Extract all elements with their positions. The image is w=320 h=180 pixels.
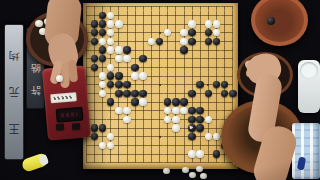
intersection (123, 124, 131, 133)
intersection (139, 115, 147, 124)
black-stone (91, 64, 99, 71)
nameplate-character: 許 (30, 86, 40, 96)
intersection (196, 115, 204, 124)
star-point (207, 84, 209, 86)
intersection (107, 72, 115, 81)
intersection (188, 11, 196, 20)
intersection (139, 98, 147, 107)
intersection (147, 150, 155, 159)
intersection (196, 98, 204, 107)
white-stone (115, 46, 123, 53)
black-stone (91, 133, 99, 140)
intersection (204, 11, 212, 20)
intersection (180, 63, 188, 72)
intersection (180, 124, 188, 133)
intersection (196, 72, 204, 81)
black-stone (188, 90, 196, 97)
intersection (188, 2, 196, 11)
white-stone (139, 98, 147, 105)
intersection (164, 150, 172, 159)
intersection (147, 63, 155, 72)
intersection (155, 124, 163, 133)
intersection (180, 98, 188, 107)
intersection (155, 37, 163, 46)
intersection (229, 2, 237, 11)
intersection (123, 98, 131, 107)
intersection (115, 46, 123, 55)
intersection (107, 28, 115, 37)
intersection (229, 28, 237, 37)
intersection (107, 158, 115, 167)
intersection (123, 54, 131, 63)
intersection (172, 11, 180, 20)
intersection (131, 106, 139, 115)
intersection (139, 54, 147, 63)
intersection (221, 72, 229, 81)
intersection (131, 98, 139, 107)
intersection (212, 2, 220, 11)
intersection (107, 98, 115, 107)
intersection (147, 46, 155, 55)
intersection (229, 46, 237, 55)
black-stone (164, 98, 172, 105)
intersection (196, 20, 204, 29)
intersection (212, 106, 220, 115)
intersection (90, 11, 98, 20)
intersection (212, 72, 220, 81)
intersection (147, 20, 155, 29)
black-stone (139, 90, 147, 97)
intersection (204, 63, 212, 72)
intersection (107, 141, 115, 150)
intersection (188, 150, 196, 159)
intersection (147, 80, 155, 89)
intersection (212, 124, 220, 133)
intersection (196, 150, 204, 159)
white-stone (213, 133, 221, 140)
intersection (221, 46, 229, 55)
intersection (188, 37, 196, 46)
white-stone (99, 38, 107, 45)
white-stone (107, 64, 115, 71)
white-stone (123, 116, 131, 123)
intersection (107, 54, 115, 63)
intersection (212, 150, 220, 159)
intersection (229, 20, 237, 29)
intersection (221, 106, 229, 115)
intersection (229, 54, 237, 63)
intersection (107, 63, 115, 72)
intersection (123, 115, 131, 124)
intersection (123, 150, 131, 159)
intersection (164, 54, 172, 63)
intersection (123, 37, 131, 46)
intersection (172, 72, 180, 81)
white-stone (180, 38, 188, 45)
white-stone (188, 20, 196, 27)
intersection (107, 89, 115, 98)
intersection (188, 72, 196, 81)
intersection (82, 11, 90, 20)
intersection (212, 63, 220, 72)
intersection (155, 54, 163, 63)
black-stone (205, 38, 213, 45)
intersection (204, 124, 212, 133)
intersection (90, 124, 98, 133)
intersection (180, 54, 188, 63)
intersection (188, 158, 196, 167)
intersection (172, 2, 180, 11)
intersection (107, 132, 115, 141)
intersection (155, 132, 163, 141)
white-mug (298, 60, 320, 113)
intersection (107, 150, 115, 159)
intersection (229, 89, 237, 98)
intersection (172, 98, 180, 107)
white-stone (180, 107, 188, 114)
intersection (139, 20, 147, 29)
white-stone (164, 116, 172, 123)
white-stone (172, 107, 180, 114)
intersection (164, 89, 172, 98)
intersection (123, 132, 131, 141)
intersection (90, 2, 98, 11)
black-stone (229, 90, 237, 97)
intersection (180, 28, 188, 37)
intersection (172, 115, 180, 124)
intersection (196, 2, 204, 11)
intersection (196, 63, 204, 72)
prisoner-white-stone (196, 166, 203, 172)
black-stone (188, 107, 196, 114)
black-stone (107, 98, 115, 105)
intersection (147, 72, 155, 81)
intersection (139, 132, 147, 141)
intersection (131, 80, 139, 89)
nameplate-character: 元 (8, 87, 19, 98)
white-stone (148, 38, 156, 45)
intersection (204, 20, 212, 29)
white-stone (99, 142, 107, 149)
white-stone (123, 55, 131, 62)
intersection (123, 158, 131, 167)
intersection (164, 2, 172, 11)
intersection (147, 106, 155, 115)
intersection (90, 72, 98, 81)
intersection (98, 115, 106, 124)
intersection (204, 2, 212, 11)
black-stone (115, 81, 123, 88)
intersection (172, 150, 180, 159)
black-stone (99, 12, 107, 19)
mug-opening (300, 62, 318, 79)
intersection (82, 2, 90, 11)
intersection (180, 132, 188, 141)
intersection (131, 158, 139, 167)
intersection (221, 11, 229, 20)
intersection (123, 46, 131, 55)
intersection (115, 124, 123, 133)
intersection (98, 158, 106, 167)
intersection (164, 132, 172, 141)
go-grid-19x19 (82, 2, 237, 166)
intersection (147, 158, 155, 167)
intersection (155, 89, 163, 98)
white-stone (107, 38, 115, 45)
intersection (188, 89, 196, 98)
intersection (180, 106, 188, 115)
intersection (107, 106, 115, 115)
intersection (98, 124, 106, 133)
intersection (131, 37, 139, 46)
intersection (107, 2, 115, 11)
white-stone (99, 72, 107, 79)
black-stone (213, 38, 221, 45)
intersection (139, 158, 147, 167)
white-stone (107, 12, 115, 19)
white-stone (115, 107, 123, 114)
intersection (131, 54, 139, 63)
white-stone (213, 29, 221, 36)
black-stone (91, 55, 99, 62)
intersection (147, 141, 155, 150)
intersection (107, 46, 115, 55)
white-stone (196, 150, 204, 157)
intersection (115, 2, 123, 11)
intersection (188, 63, 196, 72)
intersection (212, 141, 220, 150)
black-stone (196, 81, 204, 88)
intersection (123, 11, 131, 20)
intersection (164, 46, 172, 55)
intersection (212, 54, 220, 63)
intersection (123, 20, 131, 29)
intersection (164, 141, 172, 150)
intersection (115, 20, 123, 29)
intersection (221, 158, 229, 167)
intersection (115, 28, 123, 37)
intersection (98, 37, 106, 46)
intersection (196, 89, 204, 98)
black-stone (188, 38, 196, 45)
intersection (172, 28, 180, 37)
bowl-lid-with-captured-stone (251, 0, 308, 46)
intersection (204, 28, 212, 37)
intersection (131, 11, 139, 20)
intersection (229, 98, 237, 107)
black-stone (205, 29, 213, 36)
intersection (221, 20, 229, 29)
intersection (188, 124, 196, 133)
intersection (131, 2, 139, 11)
intersection (147, 2, 155, 11)
black-stone (107, 72, 115, 79)
intersection (164, 63, 172, 72)
intersection (139, 150, 147, 159)
nameplate-character: 王 (8, 123, 19, 134)
black-stone (91, 38, 99, 45)
captured-black-stone (267, 17, 275, 25)
intersection (204, 80, 212, 89)
intersection (196, 11, 204, 20)
intersection (155, 141, 163, 150)
black-stone (172, 98, 180, 105)
black-stone (221, 90, 229, 97)
intersection (180, 158, 188, 167)
intersection (155, 11, 163, 20)
intersection (90, 89, 98, 98)
white-stone (180, 29, 188, 36)
clock-button-right (72, 123, 80, 130)
intersection (139, 63, 147, 72)
intersection (204, 54, 212, 63)
intersection (90, 158, 98, 167)
intersection (229, 37, 237, 46)
black-stone (115, 72, 123, 79)
intersection (212, 132, 220, 141)
black-stone (131, 98, 139, 105)
intersection (155, 63, 163, 72)
intersection (164, 37, 172, 46)
black-stone (123, 81, 131, 88)
intersection (180, 2, 188, 11)
nameplate-wang-yuan-jun: 王元均 (4, 24, 24, 160)
intersection (204, 89, 212, 98)
black-stone (107, 81, 115, 88)
intersection (147, 11, 155, 20)
intersection (212, 11, 220, 20)
intersection (196, 106, 204, 115)
intersection (139, 80, 147, 89)
intersection (123, 72, 131, 81)
black-stone (188, 116, 196, 123)
intersection (147, 115, 155, 124)
intersection (115, 11, 123, 20)
intersection (98, 72, 106, 81)
intersection (221, 28, 229, 37)
intersection (196, 132, 204, 141)
white-stone (188, 150, 196, 157)
intersection (90, 80, 98, 89)
white-stone (99, 81, 107, 88)
plaid-towel (292, 123, 320, 179)
intersection (229, 63, 237, 72)
black-stone (156, 38, 164, 45)
intersection (98, 54, 106, 63)
intersection (147, 37, 155, 46)
intersection (115, 158, 123, 167)
intersection (82, 141, 90, 150)
intersection (131, 89, 139, 98)
intersection (115, 98, 123, 107)
intersection (180, 20, 188, 29)
white-stone (115, 20, 123, 27)
intersection (90, 106, 98, 115)
intersection (212, 89, 220, 98)
intersection (229, 80, 237, 89)
intersection (115, 72, 123, 81)
intersection (221, 89, 229, 98)
intersection (155, 20, 163, 29)
black-stone (139, 55, 147, 62)
intersection (221, 37, 229, 46)
clock-button-left (56, 123, 64, 130)
intersection (82, 150, 90, 159)
intersection (172, 106, 180, 115)
intersection (139, 28, 147, 37)
intersection (212, 46, 220, 55)
intersection (107, 124, 115, 133)
prisoner-white-stone (200, 173, 207, 179)
intersection (164, 158, 172, 167)
intersection (107, 20, 115, 29)
intersection (155, 2, 163, 11)
intersection (204, 150, 212, 159)
intersection (123, 28, 131, 37)
intersection (139, 11, 147, 20)
intersection (164, 20, 172, 29)
intersection (212, 20, 220, 29)
intersection (188, 28, 196, 37)
intersection (221, 54, 229, 63)
white-stone (107, 29, 115, 36)
intersection (204, 106, 212, 115)
intersection (180, 115, 188, 124)
intersection (204, 141, 212, 150)
intersection (90, 115, 98, 124)
intersection (107, 11, 115, 20)
black-stone (131, 64, 139, 71)
intersection (123, 141, 131, 150)
black-stone (99, 46, 107, 53)
intersection (90, 37, 98, 46)
black-stone (188, 133, 196, 140)
intersection (98, 80, 106, 89)
intersection (164, 106, 172, 115)
intersection (188, 98, 196, 107)
intersection (98, 28, 106, 37)
intersection (115, 150, 123, 159)
intersection (98, 2, 106, 11)
intersection (196, 141, 204, 150)
bowl-white-stone (35, 20, 43, 27)
star-point (159, 84, 161, 86)
intersection (131, 141, 139, 150)
intersection (212, 80, 220, 89)
white-stone (107, 20, 115, 27)
intersection (164, 124, 172, 133)
intersection (107, 37, 115, 46)
intersection (98, 106, 106, 115)
intersection (115, 106, 123, 115)
white-stone (164, 29, 172, 36)
intersection (98, 63, 106, 72)
yellow-marker (21, 152, 50, 173)
intersection (123, 2, 131, 11)
intersection (98, 20, 106, 29)
intersection (115, 63, 123, 72)
intersection (164, 72, 172, 81)
intersection (115, 89, 123, 98)
intersection (196, 124, 204, 133)
intersection (115, 37, 123, 46)
intersection (221, 98, 229, 107)
intersection (155, 150, 163, 159)
intersection (155, 80, 163, 89)
intersection (172, 63, 180, 72)
intersection (131, 20, 139, 29)
intersection (221, 80, 229, 89)
